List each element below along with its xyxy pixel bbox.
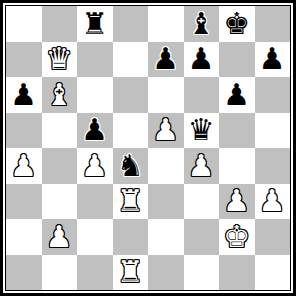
square-h2[interactable] — [255, 219, 291, 255]
square-a8[interactable] — [6, 6, 42, 42]
square-g3[interactable]: ♟ — [219, 184, 255, 220]
square-e8[interactable] — [148, 6, 184, 42]
square-f8[interactable]: ♝ — [184, 6, 220, 42]
square-c2[interactable] — [77, 219, 113, 255]
square-h4[interactable] — [255, 148, 291, 184]
square-e7[interactable]: ♟ — [148, 42, 184, 78]
square-d1[interactable]: ♜ — [113, 255, 149, 291]
white-pawn-icon: ♟ — [46, 222, 73, 252]
square-f2[interactable] — [184, 219, 220, 255]
square-c5[interactable]: ♟ — [77, 113, 113, 149]
square-e2[interactable] — [148, 219, 184, 255]
square-b4[interactable] — [42, 148, 78, 184]
square-c8[interactable]: ♜ — [77, 6, 113, 42]
square-a5[interactable] — [6, 113, 42, 149]
square-f7[interactable]: ♟ — [184, 42, 220, 78]
black-queen-icon: ♛ — [188, 115, 215, 145]
square-a2[interactable] — [6, 219, 42, 255]
square-b7[interactable]: ♛ — [42, 42, 78, 78]
square-e5[interactable]: ♟ — [148, 113, 184, 149]
square-b8[interactable] — [42, 6, 78, 42]
white-bishop-icon: ♝ — [46, 80, 73, 110]
white-pawn-icon: ♟ — [81, 151, 108, 181]
square-h6[interactable] — [255, 77, 291, 113]
square-f6[interactable] — [184, 77, 220, 113]
white-rook-icon: ♜ — [117, 257, 144, 287]
square-b6[interactable]: ♝ — [42, 77, 78, 113]
square-a1[interactable] — [6, 255, 42, 291]
square-a7[interactable] — [6, 42, 42, 78]
black-pawn-icon: ♟ — [81, 115, 108, 145]
square-b3[interactable] — [42, 184, 78, 220]
square-g7[interactable] — [219, 42, 255, 78]
square-g4[interactable] — [219, 148, 255, 184]
white-pawn-icon: ♟ — [10, 151, 37, 181]
square-e4[interactable] — [148, 148, 184, 184]
square-d8[interactable] — [113, 6, 149, 42]
square-b5[interactable] — [42, 113, 78, 149]
white-pawn-icon: ♟ — [259, 186, 286, 216]
white-pawn-icon: ♟ — [152, 115, 179, 145]
black-pawn-icon: ♟ — [188, 44, 215, 74]
black-knight-icon: ♞ — [117, 151, 144, 181]
square-a4[interactable]: ♟ — [6, 148, 42, 184]
square-h7[interactable]: ♟ — [255, 42, 291, 78]
square-c3[interactable] — [77, 184, 113, 220]
white-pawn-icon: ♟ — [223, 186, 250, 216]
square-d5[interactable] — [113, 113, 149, 149]
square-g1[interactable] — [219, 255, 255, 291]
black-rook-icon: ♜ — [81, 9, 108, 39]
square-h8[interactable] — [255, 6, 291, 42]
square-c7[interactable] — [77, 42, 113, 78]
board-inner-border: ♜♝♚♛♟♟♟♟♝♟♟♟♛♟♟♞♟♜♟♟♟♚♜ — [5, 5, 291, 291]
black-pawn-icon: ♟ — [223, 80, 250, 110]
white-king-icon: ♚ — [223, 222, 250, 252]
square-f1[interactable] — [184, 255, 220, 291]
square-e3[interactable] — [148, 184, 184, 220]
square-a3[interactable] — [6, 184, 42, 220]
square-c6[interactable] — [77, 77, 113, 113]
black-pawn-icon: ♟ — [10, 80, 37, 110]
square-a6[interactable]: ♟ — [6, 77, 42, 113]
black-pawn-icon: ♟ — [259, 44, 286, 74]
square-e6[interactable] — [148, 77, 184, 113]
square-c4[interactable]: ♟ — [77, 148, 113, 184]
square-g8[interactable]: ♚ — [219, 6, 255, 42]
chess-board: ♜♝♚♛♟♟♟♟♝♟♟♟♛♟♟♞♟♜♟♟♟♚♜ — [6, 6, 290, 290]
black-bishop-icon: ♝ — [188, 9, 215, 39]
white-pawn-icon: ♟ — [188, 151, 215, 181]
square-d3[interactable]: ♜ — [113, 184, 149, 220]
square-d6[interactable] — [113, 77, 149, 113]
square-d4[interactable]: ♞ — [113, 148, 149, 184]
square-d2[interactable] — [113, 219, 149, 255]
square-b1[interactable] — [42, 255, 78, 291]
square-b2[interactable]: ♟ — [42, 219, 78, 255]
white-queen-icon: ♛ — [46, 44, 73, 74]
square-c1[interactable] — [77, 255, 113, 291]
white-rook-icon: ♜ — [117, 186, 144, 216]
square-g6[interactable]: ♟ — [219, 77, 255, 113]
square-h3[interactable]: ♟ — [255, 184, 291, 220]
board-frame: ♜♝♚♛♟♟♟♟♝♟♟♟♛♟♟♞♟♜♟♟♟♚♜ — [0, 0, 296, 296]
square-d7[interactable] — [113, 42, 149, 78]
square-h5[interactable] — [255, 113, 291, 149]
square-f3[interactable] — [184, 184, 220, 220]
square-h1[interactable] — [255, 255, 291, 291]
black-king-icon: ♚ — [223, 9, 250, 39]
square-g5[interactable] — [219, 113, 255, 149]
black-pawn-icon: ♟ — [152, 44, 179, 74]
square-e1[interactable] — [148, 255, 184, 291]
square-f5[interactable]: ♛ — [184, 113, 220, 149]
square-f4[interactable]: ♟ — [184, 148, 220, 184]
square-g2[interactable]: ♚ — [219, 219, 255, 255]
